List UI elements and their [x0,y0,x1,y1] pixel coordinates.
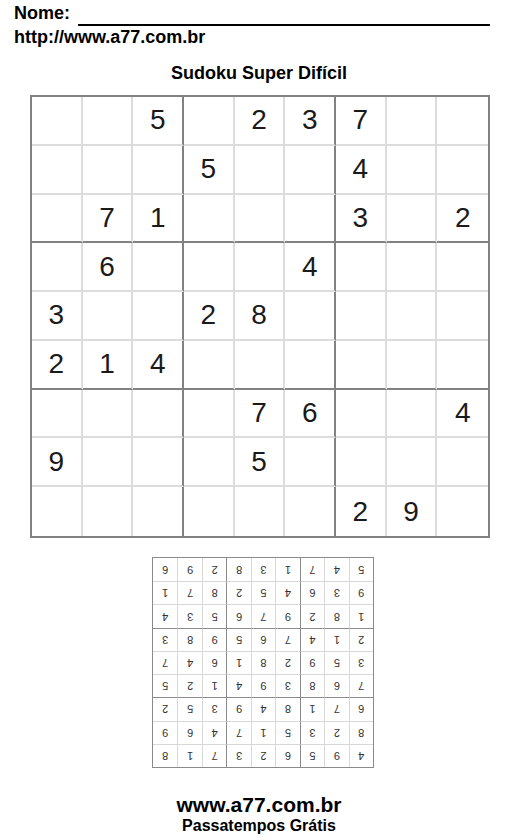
cell-r7c8 [387,390,438,439]
solution-cell-r5c5: 8 [251,651,275,674]
cell-r7c2 [83,390,134,439]
cell-r5c4: 2 [184,292,235,341]
puzzle-title: Sudoku Super Difícil [0,63,518,84]
cell-r3c1 [32,195,83,244]
solution-cell-r2c1: 8 [349,721,373,744]
solution-cell-r2c6: 7 [226,721,250,744]
solution-cell-r7c9: 4 [153,604,177,627]
solution-cell-r5c1: 3 [349,651,373,674]
cell-r6c9 [437,341,488,390]
cell-r8c3 [133,438,184,487]
cell-r5c8 [387,292,438,341]
solution-cell-r3c7: 3 [202,697,226,720]
cell-r8c8 [387,438,438,487]
cell-r4c9 [437,243,488,292]
solution-cell-r6c1: 2 [349,628,373,651]
solution-cell-r9c1: 5 [349,558,373,581]
solution-cell-r2c8: 6 [177,721,201,744]
solution-cell-r4c7: 1 [202,674,226,697]
cell-r3c4 [184,195,235,244]
solution-cell-r2c3: 3 [300,721,324,744]
footer-tagline: Passatempos Grátis [0,817,518,835]
solution-cell-r5c7: 6 [202,651,226,674]
cell-r8c5: 5 [235,438,286,487]
cell-r5c9 [437,292,488,341]
cell-r5c2 [83,292,134,341]
solution-cell-r3c2: 7 [324,697,348,720]
solution-cell-r7c6: 6 [226,604,250,627]
solution-cell-r8c6: 2 [226,581,250,604]
solution-cell-r1c8: 1 [177,744,201,767]
cell-r7c6: 6 [285,390,336,439]
solution-cell-r1c9: 8 [153,744,177,767]
solution-cell-r7c5: 7 [251,604,275,627]
solution-cell-r4c2: 6 [324,674,348,697]
cell-r1c7: 7 [336,97,387,146]
cell-r7c5: 7 [235,390,286,439]
solution-cell-r2c5: 1 [251,721,275,744]
solution-cell-r4c4: 3 [275,674,299,697]
solution-cell-r7c2: 8 [324,604,348,627]
solution-cell-r6c2: 1 [324,628,348,651]
name-fill-line [78,24,490,26]
solution-cell-r9c5: 3 [251,558,275,581]
solution-cell-r6c6: 5 [226,628,250,651]
cell-r7c3 [133,390,184,439]
solution-cell-r7c3: 2 [300,604,324,627]
cell-r1c8 [387,97,438,146]
solution-cell-r9c7: 2 [202,558,226,581]
solution-cell-r6c8: 8 [177,628,201,651]
solution-cell-r1c7: 7 [202,744,226,767]
cell-r3c8 [387,195,438,244]
solution-cell-r5c8: 4 [177,651,201,674]
cell-r6c1: 2 [32,341,83,390]
solution-cell-r8c9: 1 [153,581,177,604]
solution-cell-r7c4: 9 [275,604,299,627]
solution-cell-r3c8: 5 [177,697,201,720]
solution-cell-r1c5: 2 [251,744,275,767]
solution-cell-r4c8: 2 [177,674,201,697]
cell-r4c6: 4 [285,243,336,292]
cell-r2c3 [133,146,184,195]
sudoku-grid: 5237547132643282147649529 [30,95,490,538]
cell-r7c9: 4 [437,390,488,439]
solution-cell-r9c4: 1 [275,558,299,581]
solution-cell-r2c9: 9 [153,721,177,744]
solution-cell-r8c5: 5 [251,581,275,604]
site-url: http://www.a77.com.br [14,27,205,48]
solution-cell-r9c3: 7 [300,558,324,581]
cell-r1c4 [184,97,235,146]
solution-cell-r8c2: 3 [324,581,348,604]
solution-cell-r8c1: 9 [349,581,373,604]
solution-cell-r9c6: 8 [226,558,250,581]
solution-cell-r9c9: 6 [153,558,177,581]
cell-r5c7 [336,292,387,341]
solution-cell-r5c2: 5 [324,651,348,674]
cell-r7c7 [336,390,387,439]
cell-r8c4 [184,438,235,487]
cell-r8c7 [336,438,387,487]
cell-r4c4 [184,243,235,292]
solution-cell-r3c3: 1 [300,697,324,720]
solution-cell-r8c3: 6 [300,581,324,604]
cell-r8c2 [83,438,134,487]
solution-cell-r6c5: 6 [251,628,275,651]
cell-r9c8: 9 [387,487,438,536]
solution-cell-r4c5: 9 [251,674,275,697]
solution-cell-r2c2: 2 [324,721,348,744]
cell-r4c7 [336,243,387,292]
cell-r2c4: 5 [184,146,235,195]
solution-cell-r2c4: 5 [275,721,299,744]
solution-cell-r4c3: 8 [300,674,324,697]
cell-r8c9 [437,438,488,487]
cell-r9c7: 2 [336,487,387,536]
cell-r6c7 [336,341,387,390]
cell-r5c3 [133,292,184,341]
solution-cell-r5c9: 7 [153,651,177,674]
cell-r4c5 [235,243,286,292]
solution-cell-r6c4: 7 [275,628,299,651]
cell-r2c9 [437,146,488,195]
cell-r6c5 [235,341,286,390]
cell-r1c5: 2 [235,97,286,146]
cell-r8c1: 9 [32,438,83,487]
cell-r9c6 [285,487,336,536]
footer-site: www.a77.com.br [0,793,518,817]
solution-cell-r8c4: 4 [275,581,299,604]
cell-r6c4 [184,341,235,390]
cell-r1c6: 3 [285,97,336,146]
solution-cell-r7c8: 3 [177,604,201,627]
solution-cell-r8c8: 7 [177,581,201,604]
name-label: Nome: [14,3,70,24]
cell-r2c1 [32,146,83,195]
cell-r7c1 [32,390,83,439]
solution-cell-r9c2: 4 [324,558,348,581]
solution-cell-r1c3: 5 [300,744,324,767]
cell-r1c3: 5 [133,97,184,146]
cell-r9c5 [235,487,286,536]
cell-r8c6 [285,438,336,487]
solution-cell-r6c7: 9 [202,628,226,651]
solution-cell-r6c9: 3 [153,628,177,651]
cell-r4c8 [387,243,438,292]
solution-cell-r1c6: 3 [226,744,250,767]
solution-cell-r3c6: 9 [226,697,250,720]
solution-cell-r3c4: 8 [275,697,299,720]
solution-cell-r7c7: 5 [202,604,226,627]
solution-cell-r2c7: 4 [202,721,226,744]
cell-r9c1 [32,487,83,536]
solution-cell-r5c4: 2 [275,651,299,674]
cell-r4c2: 6 [83,243,134,292]
cell-r3c6 [285,195,336,244]
cell-r2c7: 4 [336,146,387,195]
cell-r2c5 [235,146,286,195]
cell-r6c8 [387,341,438,390]
cell-r3c7: 3 [336,195,387,244]
cell-r3c3: 1 [133,195,184,244]
solution-cell-r3c5: 4 [251,697,275,720]
solution-cell-r5c6: 1 [226,651,250,674]
cell-r1c2 [83,97,134,146]
cell-r6c3: 4 [133,341,184,390]
cell-r4c1 [32,243,83,292]
solution-cell-r9c8: 9 [177,558,201,581]
cell-r1c1 [32,97,83,146]
solution-cell-r3c9: 2 [153,697,177,720]
solution-cell-r6c3: 4 [300,628,324,651]
cell-r3c9: 2 [437,195,488,244]
cell-r2c6 [285,146,336,195]
cell-r3c2: 7 [83,195,134,244]
solution-cell-r3c1: 6 [349,697,373,720]
solution-cell-r8c7: 8 [202,581,226,604]
cell-r5c1: 3 [32,292,83,341]
solution-cell-r4c9: 5 [153,674,177,697]
cell-r9c3 [133,487,184,536]
cell-r1c9 [437,97,488,146]
cell-r5c5: 8 [235,292,286,341]
solution-cell-r1c1: 4 [349,744,373,767]
cell-r6c6 [285,341,336,390]
cell-r3c5 [235,195,286,244]
cell-r9c2 [83,487,134,536]
solution-cell-r1c2: 9 [324,744,348,767]
solution-cell-r4c1: 7 [349,674,373,697]
cell-r4c3 [133,243,184,292]
solution-grid: 4956237188235174696718493527683941253592… [152,557,374,768]
cell-r9c9 [437,487,488,536]
cell-r6c2: 1 [83,341,134,390]
solution-cell-r5c3: 9 [300,651,324,674]
cell-r2c8 [387,146,438,195]
cell-r9c4 [184,487,235,536]
cell-r5c6 [285,292,336,341]
solution-cell-r4c6: 4 [226,674,250,697]
cell-r7c4 [184,390,235,439]
cell-r2c2 [83,146,134,195]
solution-cell-r1c4: 6 [275,744,299,767]
solution-cell-r7c1: 1 [349,604,373,627]
